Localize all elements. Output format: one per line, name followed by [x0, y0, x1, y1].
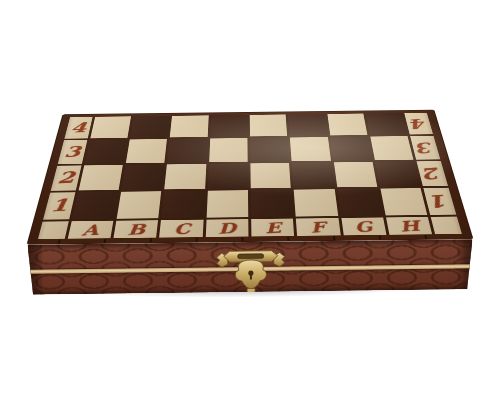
brass-clasp-icon — [210, 247, 291, 294]
rank-label-left-1: 1 — [43, 192, 75, 220]
rank-label-right-1: 1 — [423, 188, 456, 215]
file-label-c-text: C — [173, 221, 190, 236]
file-label-e-text: E — [264, 220, 281, 235]
square-f4 — [288, 114, 327, 136]
corner-cell-right — [431, 217, 462, 235]
square-g3 — [330, 137, 372, 161]
square-g1 — [337, 188, 383, 216]
square-e2 — [250, 163, 291, 189]
square-c4 — [170, 115, 208, 137]
board-grid: 44332211ABCDEFGH — [38, 113, 462, 239]
rank-label-right-3-text: 3 — [415, 140, 436, 155]
rank-label-left-1-text: 1 — [50, 197, 70, 214]
rank-label-right-2-text: 2 — [421, 165, 443, 181]
square-h2 — [375, 161, 420, 187]
file-label-g-text: G — [353, 219, 374, 234]
photo-scene: 44332211ABCDEFGH — [0, 0, 500, 400]
file-label-a: A — [68, 221, 114, 239]
rank-label-left-2: 2 — [51, 165, 82, 190]
square-d1 — [206, 190, 248, 218]
square-f2 — [292, 162, 334, 188]
rank-label-left-2-text: 2 — [57, 170, 76, 186]
rank-label-left-4: 4 — [64, 117, 92, 139]
square-b1 — [117, 191, 162, 219]
square-c1 — [162, 191, 205, 219]
square-c3 — [167, 139, 207, 163]
square-a3 — [85, 140, 128, 164]
file-label-g: G — [341, 217, 386, 235]
square-g4 — [327, 114, 367, 136]
square-b2 — [122, 164, 165, 190]
rank-label-right-4-text: 4 — [408, 117, 428, 131]
square-d2 — [208, 163, 248, 189]
square-d3 — [209, 138, 248, 162]
square-g2 — [334, 162, 378, 188]
square-e4 — [250, 114, 288, 136]
file-label-d-text: D — [218, 221, 237, 236]
file-label-a-text: A — [82, 222, 100, 237]
square-h1 — [380, 188, 427, 216]
square-a1 — [72, 192, 118, 220]
square-f3 — [290, 137, 331, 161]
square-b3 — [126, 139, 167, 163]
file-label-c: C — [159, 220, 203, 238]
chess-box-front-panel — [28, 239, 474, 294]
chess-box-lid: 44332211ABCDEFGH — [27, 110, 474, 245]
file-label-e: E — [251, 219, 294, 237]
file-label-b: B — [114, 220, 159, 238]
rank-label-left-3-text: 3 — [64, 144, 82, 159]
rank-label-left-4-text: 4 — [70, 121, 87, 135]
square-b4 — [130, 116, 170, 138]
file-label-f: F — [296, 218, 340, 236]
rank-label-right-4: 4 — [404, 113, 433, 135]
square-a2 — [78, 165, 123, 191]
square-f1 — [294, 189, 338, 217]
rank-label-right-1-text: 1 — [428, 193, 451, 210]
square-h3 — [370, 136, 413, 160]
rank-label-right-2: 2 — [417, 161, 448, 186]
square-e3 — [250, 138, 289, 162]
rank-label-left-3: 3 — [58, 140, 87, 164]
chess-box: 44332211ABCDEFGH — [25, 103, 474, 298]
rank-label-right-3: 3 — [410, 136, 440, 160]
file-label-f-text: F — [309, 220, 326, 235]
corner-cell-left — [38, 221, 69, 239]
file-label-b-text: B — [127, 222, 145, 237]
square-d4 — [210, 115, 247, 137]
square-a4 — [90, 116, 131, 138]
square-h4 — [366, 113, 408, 135]
file-label-d: D — [205, 219, 248, 237]
file-label-h: H — [386, 217, 432, 235]
square-c2 — [165, 164, 207, 190]
file-label-h-text: H — [397, 218, 420, 233]
square-e1 — [251, 190, 293, 218]
